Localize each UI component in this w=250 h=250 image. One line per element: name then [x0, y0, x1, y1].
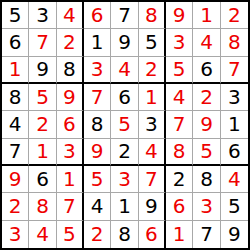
- cell-r8c4[interactable]: 4: [84, 193, 111, 220]
- cell-r3c6[interactable]: 2: [139, 57, 166, 84]
- cell-r2c5[interactable]: 9: [111, 29, 138, 56]
- cell-r7c1[interactable]: 9: [2, 166, 29, 193]
- cell-r5c4[interactable]: 8: [84, 111, 111, 138]
- cell-r5c9[interactable]: 1: [221, 111, 248, 138]
- cell-r8c7[interactable]: 6: [166, 193, 193, 220]
- cell-r2c6[interactable]: 5: [139, 29, 166, 56]
- cell-r1c1[interactable]: 5: [2, 2, 29, 29]
- cell-r7c9[interactable]: 4: [221, 166, 248, 193]
- cell-r1c9[interactable]: 2: [221, 2, 248, 29]
- cell-r1c3[interactable]: 4: [57, 2, 84, 29]
- cell-r5c2[interactable]: 2: [29, 111, 56, 138]
- cell-r9c7[interactable]: 1: [166, 221, 193, 248]
- cell-r2c9[interactable]: 8: [221, 29, 248, 56]
- cell-r8c8[interactable]: 3: [193, 193, 220, 220]
- cell-r5c3[interactable]: 6: [57, 111, 84, 138]
- cell-r3c2[interactable]: 9: [29, 57, 56, 84]
- cell-r9c2[interactable]: 4: [29, 221, 56, 248]
- cell-r7c7[interactable]: 2: [166, 166, 193, 193]
- cell-r4c4[interactable]: 7: [84, 84, 111, 111]
- cell-r2c4[interactable]: 1: [84, 29, 111, 56]
- cell-r2c2[interactable]: 7: [29, 29, 56, 56]
- cell-r6c1[interactable]: 7: [2, 139, 29, 166]
- cell-r1c6[interactable]: 8: [139, 2, 166, 29]
- cell-r6c8[interactable]: 5: [193, 139, 220, 166]
- cell-r9c1[interactable]: 3: [2, 221, 29, 248]
- cell-r8c9[interactable]: 5: [221, 193, 248, 220]
- cell-r7c3[interactable]: 1: [57, 166, 84, 193]
- cell-r4c2[interactable]: 5: [29, 84, 56, 111]
- cell-r8c5[interactable]: 1: [111, 193, 138, 220]
- cell-r1c2[interactable]: 3: [29, 2, 56, 29]
- cell-r8c2[interactable]: 8: [29, 193, 56, 220]
- cell-r4c1[interactable]: 8: [2, 84, 29, 111]
- cell-r9c8[interactable]: 7: [193, 221, 220, 248]
- cell-r3c4[interactable]: 3: [84, 57, 111, 84]
- cell-r2c1[interactable]: 6: [2, 29, 29, 56]
- cell-r2c8[interactable]: 4: [193, 29, 220, 56]
- cell-r6c9[interactable]: 6: [221, 139, 248, 166]
- cell-r3c7[interactable]: 5: [166, 57, 193, 84]
- cell-r5c8[interactable]: 9: [193, 111, 220, 138]
- cell-r4c8[interactable]: 2: [193, 84, 220, 111]
- cell-r1c7[interactable]: 9: [166, 2, 193, 29]
- cell-r6c7[interactable]: 8: [166, 139, 193, 166]
- cell-r3c8[interactable]: 6: [193, 57, 220, 84]
- cell-r6c2[interactable]: 1: [29, 139, 56, 166]
- cell-r4c3[interactable]: 9: [57, 84, 84, 111]
- cell-r3c3[interactable]: 8: [57, 57, 84, 84]
- cell-r4c9[interactable]: 3: [221, 84, 248, 111]
- cell-r3c1[interactable]: 1: [2, 57, 29, 84]
- cell-r7c2[interactable]: 6: [29, 166, 56, 193]
- cell-r9c6[interactable]: 6: [139, 221, 166, 248]
- cell-r9c4[interactable]: 2: [84, 221, 111, 248]
- cell-r9c3[interactable]: 5: [57, 221, 84, 248]
- cell-r1c5[interactable]: 7: [111, 2, 138, 29]
- cell-r7c6[interactable]: 7: [139, 166, 166, 193]
- cell-r4c6[interactable]: 1: [139, 84, 166, 111]
- cell-r6c3[interactable]: 3: [57, 139, 84, 166]
- cell-r7c5[interactable]: 3: [111, 166, 138, 193]
- cell-r6c5[interactable]: 2: [111, 139, 138, 166]
- cell-r7c4[interactable]: 5: [84, 166, 111, 193]
- cell-r5c5[interactable]: 5: [111, 111, 138, 138]
- cell-r7c8[interactable]: 8: [193, 166, 220, 193]
- cell-r8c1[interactable]: 2: [2, 193, 29, 220]
- cell-r6c6[interactable]: 4: [139, 139, 166, 166]
- cell-r3c9[interactable]: 7: [221, 57, 248, 84]
- cell-r9c9[interactable]: 9: [221, 221, 248, 248]
- cell-r4c5[interactable]: 6: [111, 84, 138, 111]
- cell-r5c6[interactable]: 3: [139, 111, 166, 138]
- cell-r6c4[interactable]: 9: [84, 139, 111, 166]
- cell-r4c7[interactable]: 4: [166, 84, 193, 111]
- cell-r2c3[interactable]: 2: [57, 29, 84, 56]
- cell-r8c6[interactable]: 9: [139, 193, 166, 220]
- cell-r2c7[interactable]: 3: [166, 29, 193, 56]
- cell-r1c4[interactable]: 6: [84, 2, 111, 29]
- cell-r3c5[interactable]: 4: [111, 57, 138, 84]
- cell-r9c5[interactable]: 8: [111, 221, 138, 248]
- sudoku-board: 5346789126721953481983425678597614234268…: [0, 0, 250, 250]
- cell-r8c3[interactable]: 7: [57, 193, 84, 220]
- cell-r5c7[interactable]: 7: [166, 111, 193, 138]
- cell-r5c1[interactable]: 4: [2, 111, 29, 138]
- sudoku-board-wrap: 5346789126721953481983425678597614234268…: [0, 0, 250, 250]
- cell-r1c8[interactable]: 1: [193, 2, 220, 29]
